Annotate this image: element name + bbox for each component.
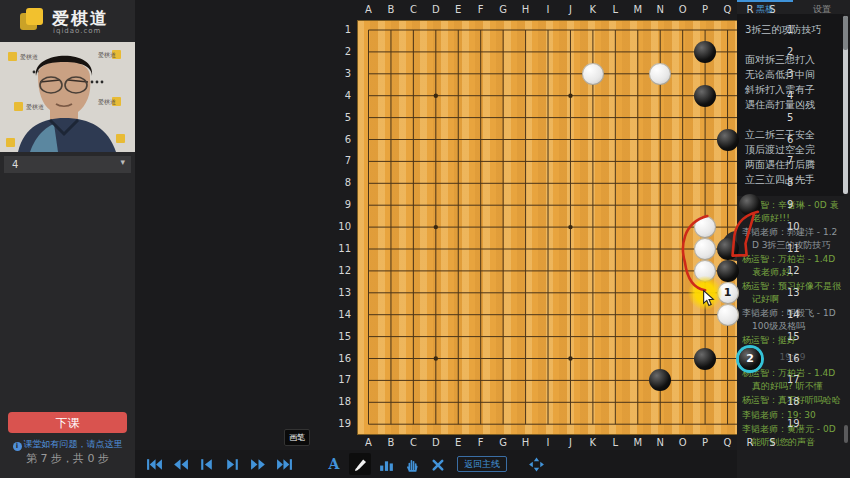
coord-label: O <box>679 4 687 15</box>
coord-label: B <box>388 437 395 448</box>
coord-label: C <box>410 437 417 448</box>
coord-label: F <box>478 437 484 448</box>
lesson-notes: 3拆三的攻防技巧面对拆三想打入无论高低打中间斜拆打入需有子遇住高打量凶残立二拆三… <box>737 14 844 196</box>
step-back-icon[interactable] <box>195 453 217 475</box>
brush-icon[interactable] <box>349 453 371 475</box>
stone-white[interactable] <box>694 260 716 282</box>
coord-label: 8 <box>787 177 805 188</box>
coord-label: 12 <box>333 265 351 276</box>
brand-logo: 爱棋道 iqidao.com <box>0 0 135 42</box>
stone-black[interactable] <box>717 260 739 282</box>
panel-tabs: 黑板 设置 <box>737 0 850 14</box>
coord-label: R <box>746 4 753 15</box>
camera-select[interactable]: 4 <box>4 156 131 173</box>
coord-label: C <box>410 4 417 15</box>
nav-buttons <box>141 453 297 475</box>
fast-forward-icon[interactable] <box>247 453 269 475</box>
coord-label: 5 <box>333 112 351 123</box>
coord-label: G <box>499 437 507 448</box>
info-icon: i <box>13 442 22 451</box>
tool-buttons: A <box>321 453 451 475</box>
coord-label: 19 <box>787 418 805 429</box>
chat-scrollbar-thumb[interactable] <box>844 425 848 443</box>
active-tab-indicator <box>737 0 793 2</box>
coord-label: A <box>365 437 372 448</box>
stone-black[interactable] <box>739 194 761 216</box>
coord-label: 4 <box>333 90 351 101</box>
coord-label: A <box>365 4 372 15</box>
playback-toolbar: A 返回主线 <box>135 450 737 478</box>
coord-label: G <box>499 4 507 15</box>
return-mainline-button[interactable]: 返回主线 <box>457 456 507 472</box>
coord-label: P <box>702 4 708 15</box>
stone-white[interactable] <box>649 63 671 85</box>
stone-black[interactable]: 2 <box>739 348 761 370</box>
coord-label: K <box>590 4 597 15</box>
coord-label: 3 <box>787 68 805 79</box>
coord-label: 12 <box>787 265 805 276</box>
stone-white[interactable] <box>582 63 604 85</box>
close-icon[interactable] <box>427 453 449 475</box>
coord-label: I <box>547 4 550 15</box>
brush-tooltip: 画笔 <box>284 429 310 446</box>
brand-logo-icon <box>20 8 46 34</box>
hand-icon[interactable] <box>401 453 423 475</box>
skip-start-icon[interactable] <box>143 453 165 475</box>
coord-label: R <box>746 437 753 448</box>
coord-label: J <box>569 437 572 448</box>
coord-label: 11 <box>787 243 805 254</box>
note-line <box>745 187 844 196</box>
coord-label: K <box>590 437 597 448</box>
app-window: 爱棋道 iqidao.com 爱棋道爱棋道 爱棋道爱棋道 <box>0 0 850 478</box>
end-class-button[interactable]: 下课 <box>8 412 127 433</box>
stone-white[interactable]: 1 <box>717 282 739 304</box>
svg-text:爱棋道: 爱棋道 <box>20 53 38 61</box>
coord-label: E <box>455 4 461 15</box>
stone-white[interactable] <box>694 216 716 238</box>
coord-label: 2 <box>333 46 351 57</box>
stone-black[interactable] <box>717 238 739 260</box>
help-link[interactable]: i课堂如有问题，请点这里 <box>0 438 135 451</box>
coord-label: 16 <box>333 353 351 364</box>
coord-label: S <box>769 4 775 15</box>
chart-icon[interactable] <box>375 453 397 475</box>
coord-label: H <box>522 437 530 448</box>
coord-label: O <box>679 437 687 448</box>
coord-label: 10 <box>333 221 351 232</box>
board-grid <box>357 20 781 435</box>
text-tool-button[interactable]: A <box>323 453 345 475</box>
coord-label: L <box>613 4 619 15</box>
coord-label: N <box>656 4 663 15</box>
coord-label: 19 <box>333 418 351 429</box>
coord-label: Q <box>724 4 732 15</box>
stone-black[interactable] <box>694 41 716 63</box>
coord-label: F <box>478 4 484 15</box>
chevron-down-icon: ▾ <box>120 157 125 167</box>
coord-label: L <box>613 437 619 448</box>
svg-text:爱棋道: 爱棋道 <box>98 51 116 59</box>
left-sidebar: 爱棋道 iqidao.com 爱棋道爱棋道 爱棋道爱棋道 <box>0 0 135 478</box>
fullscreen-icon[interactable] <box>525 453 547 475</box>
coord-label: N <box>656 437 663 448</box>
coord-label: 4 <box>787 90 805 101</box>
coord-label: I <box>547 437 550 448</box>
coord-label: E <box>455 437 461 448</box>
help-link-label: 课堂如有问题，请点这里 <box>24 439 123 449</box>
coord-label: J <box>569 4 572 15</box>
coord-label: 11 <box>333 243 351 254</box>
coord-label: 18 <box>333 396 351 407</box>
coord-label: M <box>633 4 642 15</box>
stone-black[interactable] <box>694 85 716 107</box>
coord-label: 6 <box>333 134 351 145</box>
stone-white[interactable] <box>694 238 716 260</box>
stone-black[interactable] <box>717 129 739 151</box>
coord-label: 9 <box>787 199 805 210</box>
coord-label: D <box>432 437 440 448</box>
coord-label: 6 <box>787 134 805 145</box>
coord-label: 14 <box>333 309 351 320</box>
coord-label: 10 <box>787 221 805 232</box>
coord-label: 17 <box>787 374 805 385</box>
step-indicator: 第 7 步，共 0 步 <box>0 451 135 466</box>
instructor-video: 爱棋道爱棋道 爱棋道爱棋道 <box>0 42 135 152</box>
coord-label: 14 <box>787 309 805 320</box>
board-area: AABBCCDDEEFFGGHHIIJJKKLLMMNNOOPPQQRRSS11… <box>135 0 737 478</box>
step-forward-icon[interactable] <box>221 453 243 475</box>
coord-label: 9 <box>333 199 351 210</box>
coord-label: 5 <box>787 112 805 123</box>
brand-domain: iqidao.com <box>53 27 101 35</box>
coord-label: 18 <box>787 396 805 407</box>
coord-label: H <box>522 4 530 15</box>
coord-label: 16 <box>787 353 805 364</box>
coord-label: 1 <box>787 24 805 35</box>
coord-label: 1 <box>333 24 351 35</box>
coord-label: M <box>633 437 642 448</box>
coord-label: 8 <box>333 177 351 188</box>
coord-label: 15 <box>333 331 351 342</box>
coord-label: S <box>769 437 775 448</box>
stone-black[interactable] <box>694 348 716 370</box>
chat-messages: 杨运智：辛音琳 - 0D 袁老师好!!!李韬老师：郭建洋 - 1.2D 3拆三的… <box>737 196 845 447</box>
coord-label: 2 <box>787 46 805 57</box>
coord-label: 7 <box>787 155 805 166</box>
stone-white[interactable] <box>717 304 739 326</box>
notes-scrollbar-thumb[interactable] <box>843 16 848 50</box>
skip-end-icon[interactable] <box>273 453 295 475</box>
coord-label: P <box>702 437 708 448</box>
svg-text:爱棋道: 爱棋道 <box>98 98 116 106</box>
coord-label: B <box>388 4 395 15</box>
rewind-icon[interactable] <box>169 453 191 475</box>
svg-text:爱棋道: 爱棋道 <box>26 103 44 111</box>
coord-label: 3 <box>333 68 351 79</box>
coord-label: 15 <box>787 331 805 342</box>
coord-label: 13 <box>787 287 805 298</box>
coord-label: 13 <box>333 287 351 298</box>
coord-label: Q <box>724 437 732 448</box>
coord-label: 17 <box>333 374 351 385</box>
stone-black[interactable] <box>649 369 671 391</box>
coord-label: 7 <box>333 155 351 166</box>
coord-label: D <box>432 4 440 15</box>
